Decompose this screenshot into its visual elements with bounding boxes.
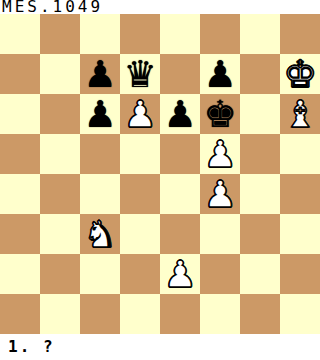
square-h5[interactable] [280,134,320,174]
square-g7[interactable] [240,54,280,94]
square-a8[interactable] [0,14,40,54]
white-pawn: ♟ [120,94,160,134]
square-b4[interactable] [40,174,80,214]
square-h7[interactable]: ♚ [280,54,320,94]
square-d2[interactable] [120,254,160,294]
square-h6[interactable]: ♝ [280,94,320,134]
square-a1[interactable] [0,294,40,334]
white-knight: ♞ [80,214,120,254]
square-a2[interactable] [0,254,40,294]
black-pawn: ♟ [80,94,120,134]
square-c1[interactable] [80,294,120,334]
square-e2[interactable]: ♟ [160,254,200,294]
square-b5[interactable] [40,134,80,174]
square-g4[interactable] [240,174,280,214]
square-f8[interactable] [200,14,240,54]
square-b3[interactable] [40,214,80,254]
square-f6[interactable]: ♚ [200,94,240,134]
square-b2[interactable] [40,254,80,294]
square-d6[interactable]: ♟ [120,94,160,134]
square-c6[interactable]: ♟ [80,94,120,134]
square-d4[interactable] [120,174,160,214]
black-pawn: ♟ [80,54,120,94]
square-b1[interactable] [40,294,80,334]
square-d1[interactable] [120,294,160,334]
square-f4[interactable]: ♟ [200,174,240,214]
square-f5[interactable]: ♟ [200,134,240,174]
square-e6[interactable]: ♟ [160,94,200,134]
square-h2[interactable] [280,254,320,294]
square-h3[interactable] [280,214,320,254]
square-c7[interactable]: ♟ [80,54,120,94]
square-a7[interactable] [0,54,40,94]
square-e8[interactable] [160,14,200,54]
square-c5[interactable] [80,134,120,174]
puzzle-id-label: MES.1049 [2,0,103,14]
white-pawn: ♟ [200,174,240,214]
black-pawn: ♟ [160,94,200,134]
square-c3[interactable]: ♞ [80,214,120,254]
square-a3[interactable] [0,214,40,254]
square-d3[interactable] [120,214,160,254]
square-g6[interactable] [240,94,280,134]
move-prompt: 1. ? [8,338,55,356]
black-pawn: ♟ [200,54,240,94]
square-e3[interactable] [160,214,200,254]
chess-board: ♟♛♟♚♟♟♟♚♝♟♟♞♟ [0,14,320,334]
square-h8[interactable] [280,14,320,54]
square-b6[interactable] [40,94,80,134]
square-c4[interactable] [80,174,120,214]
square-f2[interactable] [200,254,240,294]
square-g5[interactable] [240,134,280,174]
square-d7[interactable]: ♛ [120,54,160,94]
white-king: ♚ [280,54,320,94]
square-e5[interactable] [160,134,200,174]
square-d8[interactable] [120,14,160,54]
white-bishop: ♝ [280,94,320,134]
square-e1[interactable] [160,294,200,334]
square-b7[interactable] [40,54,80,94]
black-queen: ♛ [120,54,160,94]
square-e7[interactable] [160,54,200,94]
square-f1[interactable] [200,294,240,334]
square-a5[interactable] [0,134,40,174]
square-b8[interactable] [40,14,80,54]
square-e4[interactable] [160,174,200,214]
black-king: ♚ [200,94,240,134]
square-g1[interactable] [240,294,280,334]
square-c2[interactable] [80,254,120,294]
square-f3[interactable] [200,214,240,254]
square-h4[interactable] [280,174,320,214]
square-g3[interactable] [240,214,280,254]
square-h1[interactable] [280,294,320,334]
square-c8[interactable] [80,14,120,54]
square-f7[interactable]: ♟ [200,54,240,94]
white-pawn: ♟ [200,134,240,174]
square-a6[interactable] [0,94,40,134]
square-d5[interactable] [120,134,160,174]
white-pawn: ♟ [160,254,200,294]
square-g2[interactable] [240,254,280,294]
square-a4[interactable] [0,174,40,214]
square-g8[interactable] [240,14,280,54]
